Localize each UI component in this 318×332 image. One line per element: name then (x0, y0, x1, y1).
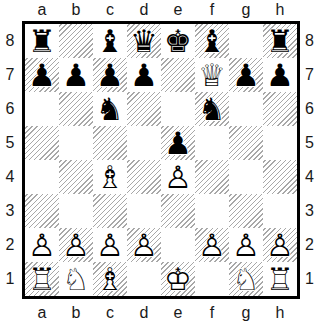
square-g5[interactable] (229, 126, 263, 160)
piece-glyph: ♝ (198, 26, 226, 57)
square-g6[interactable] (229, 92, 263, 126)
square-h7[interactable]: ♟♟ (263, 58, 297, 92)
file-label-h: h (263, 0, 297, 20)
rank-label-2: 2 (301, 228, 318, 262)
piece-glyph: ♛ (130, 26, 158, 57)
piece-glyph: ♖ (28, 264, 56, 295)
square-f4[interactable] (195, 160, 229, 194)
square-a6[interactable] (25, 92, 59, 126)
piece-glyph: ♟ (130, 60, 158, 91)
square-e4[interactable]: ♟♙ (161, 160, 195, 194)
square-c2[interactable]: ♟♙ (93, 228, 127, 262)
chess-board: ♜♜♝♝♛♛♚♚♝♝♜♜♟♟♟♟♟♟♟♟♛♕♟♟♟♟♞♞♞♞♟♟♝♗♟♙♟♙♟♙… (22, 21, 300, 299)
square-e7[interactable] (161, 58, 195, 92)
rank-label-5: 5 (0, 126, 20, 160)
chess-diagram: abcdefgh 87654321 ♜♜♝♝♛♛♚♚♝♝♜♜♟♟♟♟♟♟♟♟♛♕… (0, 0, 318, 332)
square-b8[interactable] (59, 24, 93, 58)
rank-label-6: 6 (301, 92, 318, 126)
square-b5[interactable] (59, 126, 93, 160)
piece-white-pawn: ♟♙ (198, 230, 226, 261)
piece-glyph: ♘ (232, 264, 260, 295)
file-label-a: a (25, 301, 59, 325)
square-b2[interactable]: ♟♙ (59, 228, 93, 262)
square-g3[interactable] (229, 194, 263, 228)
square-d3[interactable] (127, 194, 161, 228)
piece-black-rook: ♜♜ (266, 26, 294, 57)
piece-glyph: ♜ (28, 26, 56, 57)
square-c5[interactable] (93, 126, 127, 160)
file-label-d: d (127, 0, 161, 20)
piece-white-bishop: ♝♗ (96, 264, 124, 295)
piece-black-queen: ♛♛ (130, 26, 158, 57)
piece-glyph: ♟ (266, 60, 294, 91)
piece-black-pawn: ♟♟ (62, 60, 90, 91)
file-label-c: c (93, 0, 127, 20)
piece-glyph: ♟ (96, 60, 124, 91)
piece-white-pawn: ♟♙ (232, 230, 260, 261)
square-h1[interactable]: ♜♖ (263, 262, 297, 296)
file-label-c: c (93, 301, 127, 325)
square-g2[interactable]: ♟♙ (229, 228, 263, 262)
piece-glyph: ♙ (28, 230, 56, 261)
rank-label-1: 1 (301, 262, 318, 296)
piece-glyph: ♗ (96, 162, 124, 193)
piece-black-pawn: ♟♟ (96, 60, 124, 91)
piece-glyph: ♚ (164, 26, 192, 57)
square-d7[interactable]: ♟♟ (127, 58, 161, 92)
piece-white-rook: ♜♖ (266, 264, 294, 295)
file-labels-top: abcdefgh (25, 0, 297, 20)
file-label-d: d (127, 301, 161, 325)
rank-label-4: 4 (301, 160, 318, 194)
piece-glyph: ♝ (96, 26, 124, 57)
square-h3[interactable] (263, 194, 297, 228)
square-c7[interactable]: ♟♟ (93, 58, 127, 92)
square-f8[interactable]: ♝♝ (195, 24, 229, 58)
square-d5[interactable] (127, 126, 161, 160)
piece-white-pawn: ♟♙ (28, 230, 56, 261)
piece-glyph: ♙ (232, 230, 260, 261)
piece-white-pawn: ♟♙ (62, 230, 90, 261)
file-label-f: f (195, 0, 229, 20)
square-e3[interactable] (161, 194, 195, 228)
square-a5[interactable] (25, 126, 59, 160)
piece-white-rook: ♜♖ (28, 264, 56, 295)
rank-label-3: 3 (0, 194, 20, 228)
piece-glyph: ♕ (198, 60, 226, 91)
square-c1[interactable]: ♝♗ (93, 262, 127, 296)
piece-white-pawn: ♟♙ (164, 162, 192, 193)
square-g4[interactable] (229, 160, 263, 194)
piece-white-bishop: ♝♗ (96, 162, 124, 193)
file-label-e: e (161, 0, 195, 20)
square-g1[interactable]: ♞♘ (229, 262, 263, 296)
square-f6[interactable]: ♞♞ (195, 92, 229, 126)
rank-labels-right: 87654321 (301, 24, 318, 296)
rank-label-7: 7 (301, 58, 318, 92)
piece-black-pawn: ♟♟ (266, 60, 294, 91)
square-f3[interactable] (195, 194, 229, 228)
square-a7[interactable]: ♟♟ (25, 58, 59, 92)
file-label-b: b (59, 0, 93, 20)
piece-glyph: ♗ (96, 264, 124, 295)
piece-white-king: ♚♔ (164, 264, 192, 295)
piece-glyph: ♞ (198, 94, 226, 125)
piece-white-pawn: ♟♙ (130, 230, 158, 261)
square-e5[interactable]: ♟♟ (161, 126, 195, 160)
square-a2[interactable]: ♟♙ (25, 228, 59, 262)
piece-black-pawn: ♟♟ (232, 60, 260, 91)
piece-glyph: ♙ (62, 230, 90, 261)
piece-glyph: ♘ (62, 264, 90, 295)
piece-black-pawn: ♟♟ (164, 128, 192, 159)
piece-glyph: ♞ (96, 94, 124, 125)
piece-black-king: ♚♚ (164, 26, 192, 57)
square-h2[interactable]: ♟♙ (263, 228, 297, 262)
square-f1[interactable] (195, 262, 229, 296)
piece-white-queen: ♛♕ (198, 60, 226, 91)
square-c3[interactable] (93, 194, 127, 228)
square-b3[interactable] (59, 194, 93, 228)
piece-black-pawn: ♟♟ (28, 60, 56, 91)
piece-glyph: ♙ (266, 230, 294, 261)
piece-black-bishop: ♝♝ (198, 26, 226, 57)
rank-label-3: 3 (301, 194, 318, 228)
square-g7[interactable]: ♟♟ (229, 58, 263, 92)
rank-label-8: 8 (0, 24, 20, 58)
square-c8[interactable]: ♝♝ (93, 24, 127, 58)
square-a3[interactable] (25, 194, 59, 228)
square-d6[interactable] (127, 92, 161, 126)
square-g8[interactable] (229, 24, 263, 58)
file-label-b: b (59, 301, 93, 325)
file-labels-bottom: abcdefgh (25, 301, 297, 325)
square-b1[interactable]: ♞♘ (59, 262, 93, 296)
piece-glyph: ♟ (62, 60, 90, 91)
piece-black-knight: ♞♞ (96, 94, 124, 125)
rank-label-6: 6 (0, 92, 20, 126)
piece-glyph: ♖ (266, 264, 294, 295)
square-f2[interactable]: ♟♙ (195, 228, 229, 262)
rank-labels-left: 87654321 (0, 24, 20, 296)
piece-glyph: ♙ (130, 230, 158, 261)
rank-label-1: 1 (0, 262, 20, 296)
piece-black-pawn: ♟♟ (130, 60, 158, 91)
square-c4[interactable]: ♝♗ (93, 160, 127, 194)
file-label-g: g (229, 0, 263, 20)
piece-glyph: ♙ (198, 230, 226, 261)
file-label-h: h (263, 301, 297, 325)
piece-glyph: ♟ (164, 128, 192, 159)
square-f7[interactable]: ♛♕ (195, 58, 229, 92)
rank-label-8: 8 (301, 24, 318, 58)
square-b6[interactable] (59, 92, 93, 126)
square-d4[interactable] (127, 160, 161, 194)
rank-label-5: 5 (301, 126, 318, 160)
square-d1[interactable] (127, 262, 161, 296)
file-label-a: a (25, 0, 59, 20)
file-label-g: g (229, 301, 263, 325)
piece-white-knight: ♞♘ (232, 264, 260, 295)
square-h6[interactable] (263, 92, 297, 126)
piece-glyph: ♙ (96, 230, 124, 261)
square-a8[interactable]: ♜♜ (25, 24, 59, 58)
square-e2[interactable] (161, 228, 195, 262)
piece-white-knight: ♞♘ (62, 264, 90, 295)
square-f5[interactable] (195, 126, 229, 160)
piece-glyph: ♟ (28, 60, 56, 91)
piece-black-knight: ♞♞ (198, 94, 226, 125)
rank-label-2: 2 (0, 228, 20, 262)
square-h4[interactable] (263, 160, 297, 194)
square-c6[interactable]: ♞♞ (93, 92, 127, 126)
square-b7[interactable]: ♟♟ (59, 58, 93, 92)
piece-glyph: ♜ (266, 26, 294, 57)
piece-black-rook: ♜♜ (28, 26, 56, 57)
square-h8[interactable]: ♜♜ (263, 24, 297, 58)
piece-glyph: ♟ (232, 60, 260, 91)
file-label-e: e (161, 301, 195, 325)
square-e8[interactable]: ♚♚ (161, 24, 195, 58)
square-d2[interactable]: ♟♙ (127, 228, 161, 262)
file-label-f: f (195, 301, 229, 325)
rank-label-7: 7 (0, 58, 20, 92)
piece-white-pawn: ♟♙ (96, 230, 124, 261)
square-b4[interactable] (59, 160, 93, 194)
piece-glyph: ♔ (164, 264, 192, 295)
square-e6[interactable] (161, 92, 195, 126)
piece-white-pawn: ♟♙ (266, 230, 294, 261)
square-a4[interactable] (25, 160, 59, 194)
square-e1[interactable]: ♚♔ (161, 262, 195, 296)
piece-glyph: ♙ (164, 162, 192, 193)
square-d8[interactable]: ♛♛ (127, 24, 161, 58)
square-a1[interactable]: ♜♖ (25, 262, 59, 296)
piece-black-bishop: ♝♝ (96, 26, 124, 57)
square-h5[interactable] (263, 126, 297, 160)
rank-label-4: 4 (0, 160, 20, 194)
